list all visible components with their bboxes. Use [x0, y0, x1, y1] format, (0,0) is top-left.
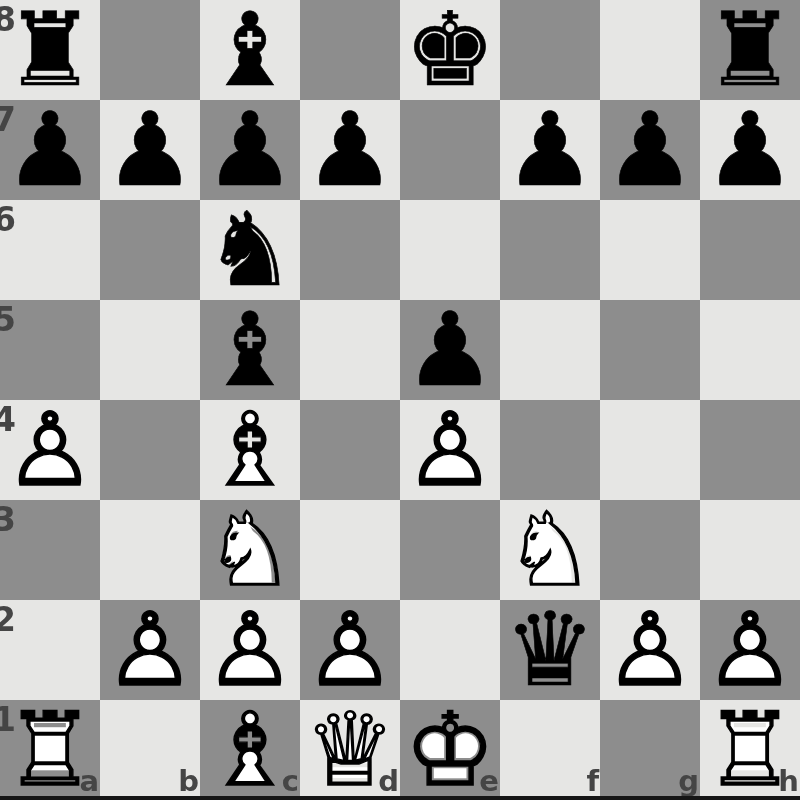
square-b7[interactable]: ♟: [100, 100, 200, 200]
king-glyph-outline: ♔: [400, 700, 500, 800]
black-pawn-g7[interactable]: ♟: [600, 100, 700, 200]
square-g3[interactable]: [600, 500, 700, 600]
square-d8[interactable]: [300, 0, 400, 100]
square-h1[interactable]: h♜♖: [700, 700, 800, 800]
square-f1[interactable]: f: [500, 700, 600, 800]
square-f5[interactable]: [500, 300, 600, 400]
rook-glyph-outline: ♖: [0, 700, 100, 800]
square-d6[interactable]: [300, 200, 400, 300]
pawn-glyph-fill: ♟: [200, 100, 300, 200]
white-pawn-a4[interactable]: ♟♙: [0, 400, 100, 500]
pawn-glyph-outline: ♙: [400, 400, 500, 500]
black-king-e8[interactable]: ♚: [400, 0, 500, 100]
black-pawn-d7[interactable]: ♟: [300, 100, 400, 200]
white-rook-h1[interactable]: ♜♖: [700, 700, 800, 800]
square-d7[interactable]: ♟: [300, 100, 400, 200]
square-b6[interactable]: [100, 200, 200, 300]
square-f2[interactable]: ♛: [500, 600, 600, 700]
square-e4[interactable]: ♟♙: [400, 400, 500, 500]
black-pawn-a7[interactable]: ♟: [0, 100, 100, 200]
white-queen-d1[interactable]: ♛♕: [300, 700, 400, 800]
bishop-glyph-outline: ♗: [200, 400, 300, 500]
white-pawn-d2[interactable]: ♟♙: [300, 600, 400, 700]
square-e7[interactable]: [400, 100, 500, 200]
square-e6[interactable]: [400, 200, 500, 300]
pawn-glyph-outline: ♙: [200, 600, 300, 700]
square-c2[interactable]: ♟♙: [200, 600, 300, 700]
square-c6[interactable]: ♞: [200, 200, 300, 300]
black-bishop-c5[interactable]: ♝: [200, 300, 300, 400]
square-h4[interactable]: [700, 400, 800, 500]
rook-glyph-fill: ♜: [0, 0, 100, 100]
black-rook-h8[interactable]: ♜: [700, 0, 800, 100]
rook-glyph-fill: ♜: [700, 0, 800, 100]
black-pawn-e5[interactable]: ♟: [400, 300, 500, 400]
rank-label-3: 3: [0, 500, 16, 539]
knight-glyph-outline: ♘: [500, 500, 600, 600]
square-f3[interactable]: ♞♘: [500, 500, 600, 600]
pawn-glyph-outline: ♙: [0, 400, 100, 500]
square-c1[interactable]: c♝♗: [200, 700, 300, 800]
pawn-glyph-fill: ♟: [0, 100, 100, 200]
square-h2[interactable]: ♟♙: [700, 600, 800, 700]
square-b5[interactable]: [100, 300, 200, 400]
black-pawn-f7[interactable]: ♟: [500, 100, 600, 200]
board-bottom-edge: [0, 796, 800, 800]
pawn-glyph-fill: ♟: [600, 100, 700, 200]
white-bishop-c4[interactable]: ♝♗: [200, 400, 300, 500]
white-pawn-b2[interactable]: ♟♙: [100, 600, 200, 700]
white-pawn-e4[interactable]: ♟♙: [400, 400, 500, 500]
file-label-b: b: [178, 764, 199, 798]
square-d4[interactable]: [300, 400, 400, 500]
black-bishop-c8[interactable]: ♝: [200, 0, 300, 100]
square-d1[interactable]: d♛♕: [300, 700, 400, 800]
black-queen-f2[interactable]: ♛: [500, 600, 600, 700]
square-h7[interactable]: ♟: [700, 100, 800, 200]
square-c7[interactable]: ♟: [200, 100, 300, 200]
square-g6[interactable]: [600, 200, 700, 300]
square-d5[interactable]: [300, 300, 400, 400]
square-a4[interactable]: 4♟♙: [0, 400, 100, 500]
pawn-glyph-outline: ♙: [700, 600, 800, 700]
square-h3[interactable]: [700, 500, 800, 600]
rank-label-2: 2: [0, 600, 16, 639]
square-g5[interactable]: [600, 300, 700, 400]
black-rook-a8[interactable]: ♜: [0, 0, 100, 100]
square-e5[interactable]: ♟: [400, 300, 500, 400]
square-e1[interactable]: e♚♔: [400, 700, 500, 800]
square-h5[interactable]: [700, 300, 800, 400]
square-f8[interactable]: [500, 0, 600, 100]
square-d3[interactable]: [300, 500, 400, 600]
king-glyph-fill: ♚: [400, 0, 500, 100]
pawn-glyph-fill: ♟: [100, 100, 200, 200]
square-e8[interactable]: ♚: [400, 0, 500, 100]
pawn-glyph-outline: ♙: [300, 600, 400, 700]
square-b4[interactable]: [100, 400, 200, 500]
bishop-glyph-fill: ♝: [200, 300, 300, 400]
white-pawn-h2[interactable]: ♟♙: [700, 600, 800, 700]
pawn-glyph-fill: ♟: [400, 300, 500, 400]
white-king-e1[interactable]: ♚♔: [400, 700, 500, 800]
square-h6[interactable]: [700, 200, 800, 300]
square-f4[interactable]: [500, 400, 600, 500]
rank-label-6: 6: [0, 200, 16, 239]
square-b8[interactable]: [100, 0, 200, 100]
bishop-glyph-outline: ♗: [200, 700, 300, 800]
square-a8[interactable]: 8♜: [0, 0, 100, 100]
square-a3[interactable]: 3: [0, 500, 100, 600]
pawn-glyph-outline: ♙: [600, 600, 700, 700]
bishop-glyph-fill: ♝: [200, 0, 300, 100]
rook-glyph-outline: ♖: [700, 700, 800, 800]
square-f6[interactable]: [500, 200, 600, 300]
white-pawn-c2[interactable]: ♟♙: [200, 600, 300, 700]
chess-board: 8♜♝♚♜7♟♟♟♟♟♟♟6♞5♝♟4♟♙♝♗♟♙3♞♘♞♘2♟♙♟♙♟♙♛♟♙…: [0, 0, 800, 800]
file-label-f: f: [586, 764, 599, 798]
square-a7[interactable]: 7♟: [0, 100, 100, 200]
file-label-g: g: [678, 764, 699, 798]
square-d2[interactable]: ♟♙: [300, 600, 400, 700]
pawn-glyph-fill: ♟: [300, 100, 400, 200]
black-pawn-c7[interactable]: ♟: [200, 100, 300, 200]
square-e3[interactable]: [400, 500, 500, 600]
square-b2[interactable]: ♟♙: [100, 600, 200, 700]
square-c3[interactable]: ♞♘: [200, 500, 300, 600]
white-knight-c3[interactable]: ♞♘: [200, 500, 300, 600]
queen-glyph-fill: ♛: [500, 600, 600, 700]
white-knight-f3[interactable]: ♞♘: [500, 500, 600, 600]
black-knight-c6[interactable]: ♞: [200, 200, 300, 300]
square-g1[interactable]: g: [600, 700, 700, 800]
square-g4[interactable]: [600, 400, 700, 500]
rank-label-5: 5: [0, 300, 16, 339]
pawn-glyph-fill: ♟: [700, 100, 800, 200]
black-pawn-b7[interactable]: ♟: [100, 100, 200, 200]
knight-glyph-fill: ♞: [200, 200, 300, 300]
pawn-glyph-outline: ♙: [100, 600, 200, 700]
black-pawn-h7[interactable]: ♟: [700, 100, 800, 200]
square-a6[interactable]: 6: [0, 200, 100, 300]
square-h8[interactable]: ♜: [700, 0, 800, 100]
square-a5[interactable]: 5: [0, 300, 100, 400]
queen-glyph-outline: ♕: [300, 700, 400, 800]
square-c4[interactable]: ♝♗: [200, 400, 300, 500]
white-bishop-c1[interactable]: ♝♗: [200, 700, 300, 800]
white-rook-a1[interactable]: ♜♖: [0, 700, 100, 800]
square-g8[interactable]: [600, 0, 700, 100]
square-c8[interactable]: ♝: [200, 0, 300, 100]
pawn-glyph-fill: ♟: [500, 100, 600, 200]
square-a2[interactable]: 2: [0, 600, 100, 700]
square-a1[interactable]: 1a♜♖: [0, 700, 100, 800]
white-pawn-g2[interactable]: ♟♙: [600, 600, 700, 700]
square-c5[interactable]: ♝: [200, 300, 300, 400]
square-g7[interactable]: ♟: [600, 100, 700, 200]
square-f7[interactable]: ♟: [500, 100, 600, 200]
square-g2[interactable]: ♟♙: [600, 600, 700, 700]
square-b1[interactable]: b: [100, 700, 200, 800]
square-e2[interactable]: [400, 600, 500, 700]
chess-board-wrap: 8♜♝♚♜7♟♟♟♟♟♟♟6♞5♝♟4♟♙♝♗♟♙3♞♘♞♘2♟♙♟♙♟♙♛♟♙…: [0, 0, 800, 800]
knight-glyph-outline: ♘: [200, 500, 300, 600]
square-b3[interactable]: [100, 500, 200, 600]
